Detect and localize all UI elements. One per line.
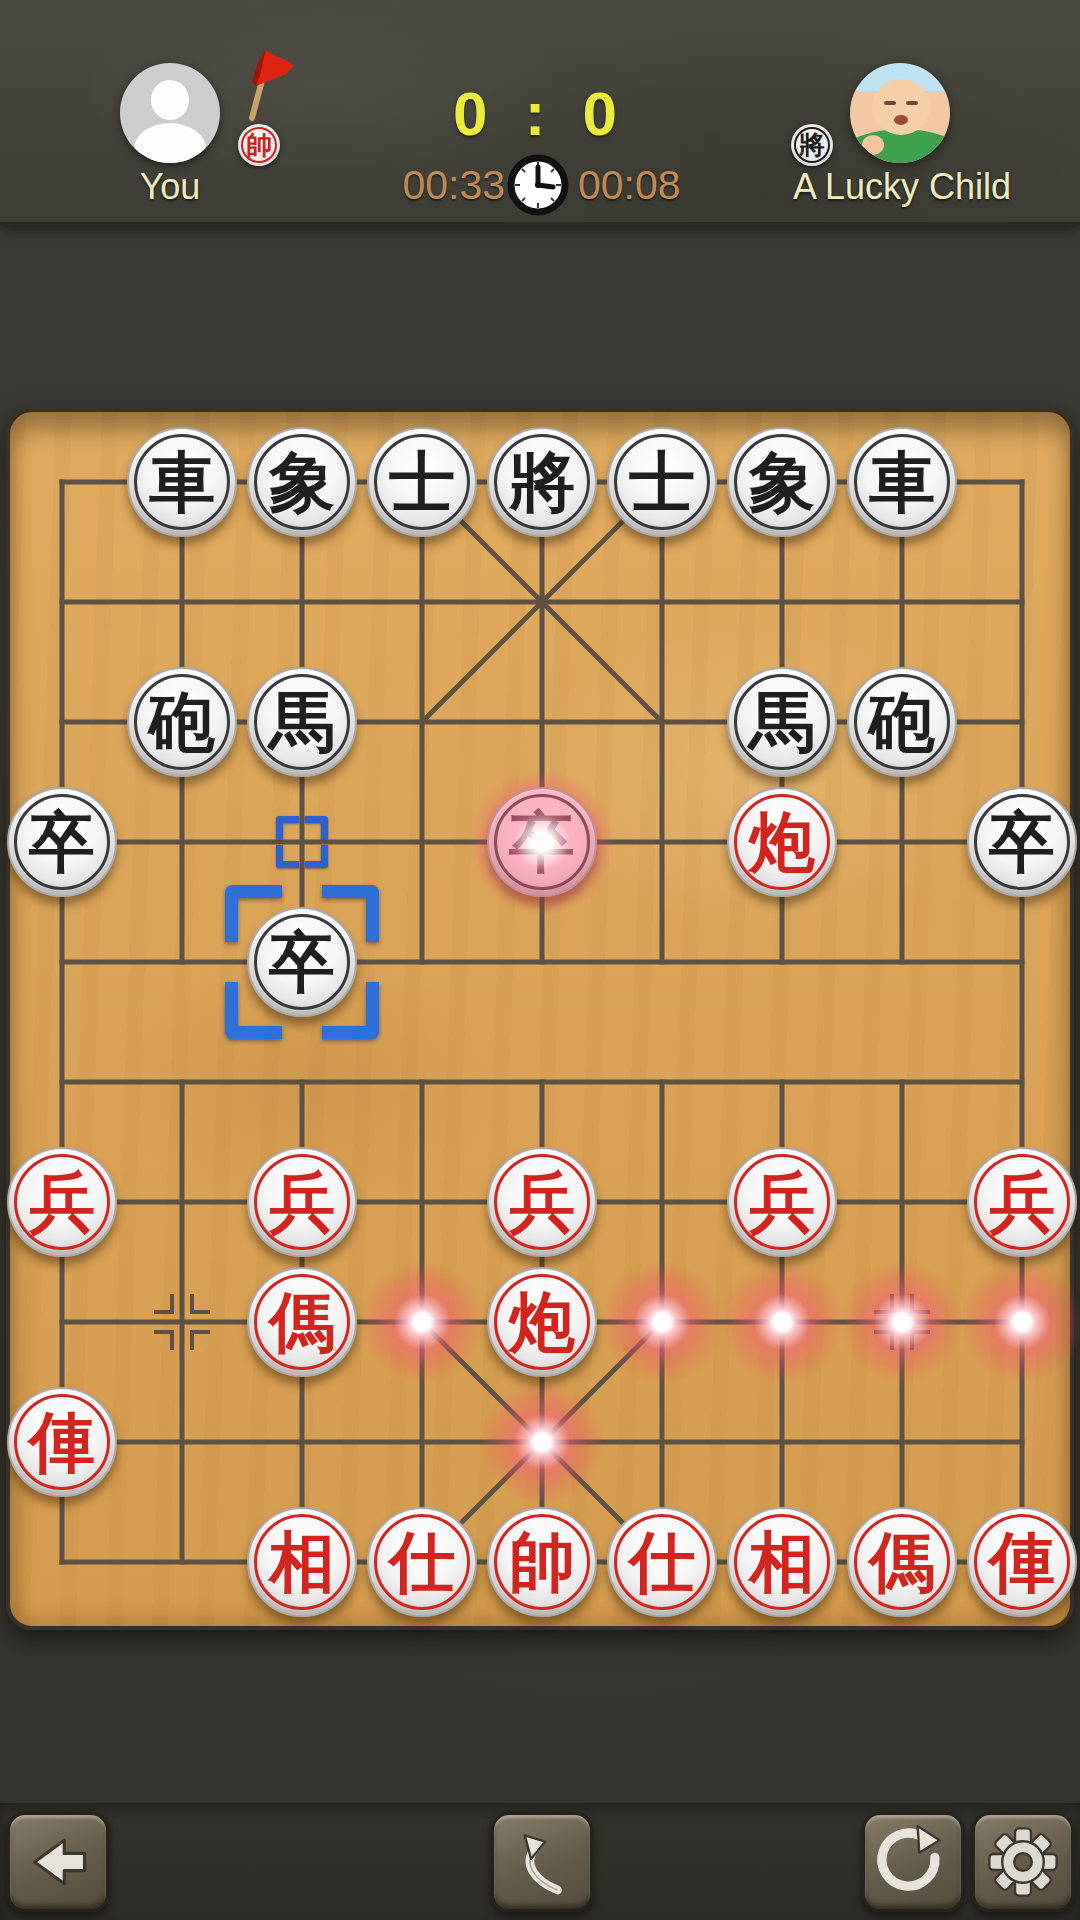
piece-black-chariot[interactable]: 車 xyxy=(847,427,957,537)
score-text: 0 : 0 xyxy=(340,78,740,149)
piece-glyph: 馬 xyxy=(749,689,815,755)
piece-black-elephant[interactable]: 象 xyxy=(247,427,357,537)
piece-red-general[interactable]: 帥 xyxy=(487,1507,597,1617)
piece-glyph: 仕 xyxy=(389,1529,455,1595)
xiangqi-app: 帥 You 0 : 0 00:33 00:08 xyxy=(0,0,1080,1920)
piece-red-advisor[interactable]: 仕 xyxy=(607,1507,717,1617)
piece-glyph: 車 xyxy=(149,449,215,515)
left-player-time: 00:33 xyxy=(340,162,505,209)
black-general-badge: 將 xyxy=(791,124,833,166)
right-player-time: 00:08 xyxy=(578,162,743,209)
piece-black-soldier[interactable]: 卒 xyxy=(7,787,117,897)
piece-red-soldier[interactable]: 兵 xyxy=(727,1147,837,1257)
move-target-dot[interactable] xyxy=(476,1376,608,1508)
move-target-dot[interactable] xyxy=(956,1256,1080,1388)
move-target-dot[interactable] xyxy=(716,1256,848,1388)
red-general-badge: 帥 xyxy=(238,124,280,166)
right-player-avatar xyxy=(850,63,950,163)
piece-glyph: 相 xyxy=(269,1529,335,1595)
piece-red-soldier[interactable]: 兵 xyxy=(247,1147,357,1257)
black-badge-glyph: 將 xyxy=(799,128,825,163)
top-player-bar: 帥 You 0 : 0 00:33 00:08 xyxy=(0,0,1080,225)
piece-glyph: 兵 xyxy=(269,1169,335,1235)
move-target-dot[interactable] xyxy=(836,1256,968,1388)
back-arrow-icon xyxy=(19,1823,97,1901)
right-player-name: A Lucky Child xyxy=(752,166,1052,208)
piece-glyph: 兵 xyxy=(989,1169,1055,1235)
piece-black-cannon[interactable]: 砲 xyxy=(127,667,237,777)
piece-red-soldier[interactable]: 兵 xyxy=(487,1147,597,1257)
piece-glyph: 相 xyxy=(749,1529,815,1595)
piece-black-horse[interactable]: 馬 xyxy=(727,667,837,777)
piece-red-elephant[interactable]: 相 xyxy=(727,1507,837,1617)
piece-glyph: 仕 xyxy=(629,1529,695,1595)
back-button[interactable] xyxy=(7,1812,109,1912)
piece-glyph: 象 xyxy=(749,449,815,515)
piece-red-chariot[interactable]: 俥 xyxy=(967,1507,1077,1617)
piece-glyph: 砲 xyxy=(149,689,215,755)
undo-button[interactable] xyxy=(491,1812,593,1912)
piece-red-soldier[interactable]: 兵 xyxy=(967,1147,1077,1257)
piece-glyph: 俥 xyxy=(29,1409,95,1475)
piece-glyph: 卒 xyxy=(29,809,95,875)
piece-red-advisor[interactable]: 仕 xyxy=(367,1507,477,1617)
piece-glyph: 馬 xyxy=(269,689,335,755)
piece-red-cannon[interactable]: 炮 xyxy=(487,1267,597,1377)
settings-gear-icon xyxy=(983,1822,1063,1902)
piece-glyph: 兵 xyxy=(29,1169,95,1235)
clock-icon xyxy=(507,154,569,216)
red-badge-glyph: 帥 xyxy=(246,128,272,163)
piece-glyph: 俥 xyxy=(989,1529,1055,1595)
piece-glyph: 士 xyxy=(389,449,455,515)
piece-black-chariot[interactable]: 車 xyxy=(127,427,237,537)
piece-black-advisor[interactable]: 士 xyxy=(367,427,477,537)
piece-glyph: 將 xyxy=(509,449,575,515)
left-player-avatar xyxy=(120,63,220,163)
board[interactable]: 車象士將士象車砲馬馬砲卒卒炮卒卒兵兵兵兵兵傌炮俥相仕帥仕相傌俥 xyxy=(6,408,1074,1630)
piece-black-soldier[interactable]: 卒 xyxy=(487,787,597,897)
person-silhouette-icon xyxy=(151,80,189,120)
piece-glyph: 車 xyxy=(869,449,935,515)
piece-glyph: 卒 xyxy=(989,809,1055,875)
piece-red-cannon[interactable]: 炮 xyxy=(727,787,837,897)
settings-button[interactable] xyxy=(972,1812,1074,1912)
piece-glyph: 象 xyxy=(269,449,335,515)
undo-arrow-icon xyxy=(503,1823,581,1901)
piece-black-elephant[interactable]: 象 xyxy=(727,427,837,537)
piece-red-chariot[interactable]: 俥 xyxy=(7,1387,117,1497)
piece-red-horse[interactable]: 傌 xyxy=(847,1507,957,1617)
piece-glyph: 卒 xyxy=(509,809,575,875)
red-flag-icon xyxy=(222,44,298,124)
piece-black-cannon[interactable]: 砲 xyxy=(847,667,957,777)
piece-glyph: 傌 xyxy=(869,1529,935,1595)
redo-arrow-icon xyxy=(874,1823,952,1901)
piece-glyph: 卒 xyxy=(269,929,335,995)
piece-glyph: 士 xyxy=(629,449,695,515)
piece-glyph: 砲 xyxy=(869,689,935,755)
piece-red-horse[interactable]: 傌 xyxy=(247,1267,357,1377)
piece-red-elephant[interactable]: 相 xyxy=(247,1507,357,1617)
piece-black-advisor[interactable]: 士 xyxy=(607,427,717,537)
piece-black-soldier[interactable]: 卒 xyxy=(967,787,1077,897)
piece-glyph: 兵 xyxy=(749,1169,815,1235)
piece-black-soldier[interactable]: 卒 xyxy=(247,907,357,1017)
piece-black-general[interactable]: 將 xyxy=(487,427,597,537)
piece-glyph: 傌 xyxy=(269,1289,335,1355)
move-target-dot[interactable] xyxy=(356,1256,488,1388)
bottom-toolbar xyxy=(0,1800,1080,1920)
left-player-name: You xyxy=(20,166,320,208)
piece-red-soldier[interactable]: 兵 xyxy=(7,1147,117,1257)
piece-glyph: 帥 xyxy=(509,1529,575,1595)
piece-glyph: 炮 xyxy=(749,809,815,875)
piece-glyph: 兵 xyxy=(509,1169,575,1235)
move-target-dot[interactable] xyxy=(596,1256,728,1388)
redo-button[interactable] xyxy=(862,1812,964,1912)
piece-black-horse[interactable]: 馬 xyxy=(247,667,357,777)
piece-glyph: 炮 xyxy=(509,1289,575,1355)
